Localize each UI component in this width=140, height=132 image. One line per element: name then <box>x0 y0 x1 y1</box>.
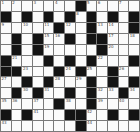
cell-r3-c0[interactable] <box>1 34 11 44</box>
clue-number: 42 <box>87 110 92 115</box>
block-cell-r1-c2 <box>22 12 32 22</box>
cell-r9-c1[interactable]: 36 <box>12 99 22 109</box>
cell-r11-c3[interactable] <box>33 121 43 131</box>
cell-r6-c9[interactable] <box>97 67 107 77</box>
block-cell-r6-c7 <box>76 67 86 77</box>
cell-r9-c2[interactable] <box>22 99 32 109</box>
block-cell-r8-c6 <box>65 88 75 98</box>
cell-r4-c6[interactable] <box>65 45 75 55</box>
block-cell-r2-c8 <box>87 23 97 33</box>
block-cell-r3-c1 <box>12 34 22 44</box>
block-cell-r3-c3 <box>33 34 43 44</box>
block-cell-r3-c6 <box>65 34 75 44</box>
cell-r3-c5[interactable]: 16 <box>54 34 64 44</box>
cell-r7-c11[interactable] <box>119 77 129 87</box>
clue-number: 40 <box>119 99 124 104</box>
cell-r9-c11[interactable]: 40 <box>119 99 129 109</box>
cell-r1-c3[interactable] <box>33 12 43 22</box>
cell-r1-c5[interactable] <box>54 12 64 22</box>
clue-number: 20 <box>108 45 113 50</box>
cell-r5-c10[interactable] <box>108 56 118 66</box>
cell-r0-c8[interactable]: 5 <box>87 1 97 11</box>
block-cell-r8-c1 <box>12 88 22 98</box>
clue-number: 33 <box>108 88 113 93</box>
cell-r0-c3[interactable]: 3 <box>33 1 43 11</box>
clue-number: 37 <box>34 99 39 104</box>
cell-r7-c0[interactable]: 27 <box>1 77 11 87</box>
cell-r7-c5[interactable]: 28 <box>54 77 64 87</box>
cell-r5-c9[interactable]: 22 <box>97 56 107 66</box>
clue-number: 15 <box>44 34 49 39</box>
block-cell-r4-c3 <box>33 45 43 55</box>
clue-number: 28 <box>55 77 60 82</box>
block-cell-r1-c12 <box>129 12 139 22</box>
cell-r5-c1[interactable]: 21 <box>12 56 22 66</box>
block-cell-r9-c5 <box>54 99 64 109</box>
clue-number: 29 <box>76 77 81 82</box>
clue-number: 34 <box>130 88 135 93</box>
clue-number: 25 <box>87 67 92 72</box>
cell-r0-c6[interactable] <box>65 1 75 11</box>
cell-r9-c7[interactable] <box>76 99 86 109</box>
clue-number: 6 <box>98 1 101 6</box>
cell-r11-c2[interactable] <box>22 121 32 131</box>
clue-number: 21 <box>12 56 17 61</box>
clue-number: 30 <box>23 88 28 93</box>
cell-r11-c6[interactable] <box>65 121 75 131</box>
cell-r2-c4[interactable]: 11 <box>44 23 54 33</box>
clue-number: 8 <box>76 12 79 17</box>
cell-r6-c11[interactable]: 26 <box>119 67 129 77</box>
cell-r4-c8[interactable] <box>87 45 97 55</box>
cell-r2-c9[interactable]: 13 <box>97 23 107 33</box>
cell-r0-c1[interactable]: 2 <box>12 1 22 11</box>
cell-r8-c5[interactable] <box>54 88 64 98</box>
cell-r10-c11[interactable] <box>119 110 129 120</box>
block-cell-r5-c0 <box>1 56 11 66</box>
cell-r4-c7[interactable] <box>76 45 86 55</box>
cell-r0-c2[interactable] <box>22 1 32 11</box>
block-cell-r10-c6 <box>65 110 75 120</box>
cell-r2-c1[interactable] <box>12 23 22 33</box>
cell-r8-c7[interactable] <box>76 88 86 98</box>
block-cell-r0-c7 <box>76 1 86 11</box>
cell-r1-c9[interactable] <box>97 12 107 22</box>
clue-number: 41 <box>34 110 39 115</box>
clue-number: 27 <box>2 77 7 82</box>
block-cell-r6-c5 <box>54 67 64 77</box>
cell-r11-c1[interactable] <box>12 121 22 131</box>
clue-number: 2 <box>12 1 15 6</box>
block-cell-r8-c3 <box>33 88 43 98</box>
cell-r2-c0[interactable]: 9 <box>1 23 11 33</box>
cell-r0-c12[interactable] <box>129 1 139 11</box>
cell-r6-c4[interactable] <box>44 67 54 77</box>
cell-r4-c5[interactable] <box>54 45 64 55</box>
block-cell-r8-c11 <box>119 88 129 98</box>
cell-r8-c4[interactable]: 31 <box>44 88 54 98</box>
cell-r11-c4[interactable] <box>44 121 54 131</box>
cell-r3-c12[interactable]: 18 <box>129 34 139 44</box>
cell-r4-c10[interactable]: 20 <box>108 45 118 55</box>
cell-r0-c9[interactable]: 6 <box>97 1 107 11</box>
block-cell-r6-c0 <box>1 67 11 77</box>
cell-r5-c7[interactable] <box>76 56 86 66</box>
cell-r8-c2[interactable]: 30 <box>22 88 32 98</box>
cell-r10-c3[interactable]: 41 <box>33 110 43 120</box>
cell-r3-c7[interactable] <box>76 34 86 44</box>
cell-r6-c6[interactable]: 24 <box>65 67 75 77</box>
cell-r10-c5[interactable] <box>54 110 64 120</box>
cell-r2-c2[interactable]: 10 <box>22 23 32 33</box>
clue-number: 4 <box>55 1 58 6</box>
cell-r2-c3[interactable] <box>33 23 43 33</box>
block-cell-r2-c5 <box>54 23 64 33</box>
cell-r4-c12[interactable] <box>129 45 139 55</box>
cell-r11-c5[interactable] <box>54 121 64 131</box>
block-cell-r9-c8 <box>87 99 97 109</box>
cell-r1-c11[interactable] <box>119 12 129 22</box>
clue-number: 39 <box>98 99 103 104</box>
block-cell-r11-c7 <box>76 121 86 131</box>
block-cell-r1-c6 <box>65 12 75 22</box>
block-cell-r4-c9 <box>97 45 107 55</box>
cell-r9-c9[interactable]: 39 <box>97 99 107 109</box>
cell-r5-c11[interactable] <box>119 56 129 66</box>
clue-number: 35 <box>2 99 7 104</box>
clue-number: 13 <box>98 23 103 28</box>
clue-number: 3 <box>34 1 37 6</box>
clue-number: 12 <box>66 23 71 28</box>
cell-r5-c3[interactable] <box>33 56 43 66</box>
cell-r10-c8[interactable]: 42 <box>87 110 97 120</box>
clue-number: 5 <box>87 1 90 6</box>
block-cell-r7-c10 <box>108 77 118 87</box>
cell-r11-c12[interactable] <box>129 121 139 131</box>
cell-r10-c9[interactable] <box>97 110 107 120</box>
block-cell-r10-c10 <box>108 110 118 120</box>
block-cell-r5-c12 <box>129 56 139 66</box>
block-cell-r7-c8 <box>87 77 97 87</box>
block-cell-r3-c9 <box>97 34 107 44</box>
cell-r3-c11[interactable] <box>119 34 129 44</box>
clue-number: 16 <box>55 34 60 39</box>
cell-r0-c4[interactable] <box>44 1 54 11</box>
cell-r11-c0[interactable]: 43 <box>1 121 11 131</box>
cell-r7-c9[interactable] <box>97 77 107 87</box>
block-cell-r10-c7 <box>76 110 86 120</box>
cell-r2-c7[interactable] <box>76 23 86 33</box>
cell-r6-c12[interactable] <box>129 67 139 77</box>
cell-r10-c1[interactable] <box>12 110 22 120</box>
cell-r6-c3[interactable] <box>33 67 43 77</box>
clue-number: 9 <box>2 23 5 28</box>
cell-r0-c0[interactable]: 1 <box>1 1 11 11</box>
cell-r11-c11[interactable] <box>119 121 129 131</box>
cell-r10-c4[interactable] <box>44 110 54 120</box>
cell-r9-c10[interactable] <box>108 99 118 109</box>
cell-r11-c10[interactable] <box>108 121 118 131</box>
cell-r9-c12[interactable] <box>129 99 139 109</box>
block-cell-r1-c8 <box>87 12 97 22</box>
cell-r11-c9[interactable] <box>97 121 107 131</box>
cell-r8-c12[interactable]: 34 <box>129 88 139 98</box>
crossword-grid: 1234567891011121314151617181920212223242… <box>0 0 140 132</box>
cell-r0-c10[interactable] <box>108 1 118 11</box>
clue-number: 1 <box>2 1 5 6</box>
cell-r8-c10[interactable]: 33 <box>108 88 118 98</box>
clue-number: 14 <box>108 23 113 28</box>
cell-r3-c2[interactable] <box>22 34 32 44</box>
cell-r4-c11[interactable] <box>119 45 129 55</box>
cell-r4-c0[interactable] <box>1 45 11 55</box>
block-cell-r1-c10 <box>108 12 118 22</box>
clue-number: 11 <box>44 23 49 28</box>
block-cell-r10-c2 <box>22 110 32 120</box>
cell-r4-c4[interactable]: 19 <box>44 45 54 55</box>
cell-r6-c8[interactable]: 25 <box>87 67 97 77</box>
cell-r2-c6[interactable]: 12 <box>65 23 75 33</box>
block-cell-r2-c12 <box>129 23 139 33</box>
cell-r7-c1[interactable] <box>12 77 22 87</box>
block-cell-r3-c8 <box>87 34 97 44</box>
cell-r7-c3[interactable] <box>33 77 43 87</box>
clue-number: 24 <box>66 67 71 72</box>
cell-r9-c6[interactable]: 38 <box>65 99 75 109</box>
block-cell-r6-c10 <box>108 67 118 77</box>
cell-r3-c4[interactable]: 15 <box>44 34 54 44</box>
cell-r5-c5[interactable] <box>54 56 64 66</box>
cell-r0-c5[interactable]: 4 <box>54 1 64 11</box>
cell-r7-c6[interactable] <box>65 77 75 87</box>
clue-number: 26 <box>119 67 124 72</box>
cell-r2-c11[interactable] <box>119 23 129 33</box>
cell-r9-c4[interactable] <box>44 99 54 109</box>
block-cell-r4-c1 <box>12 45 22 55</box>
block-cell-r7-c2 <box>22 77 32 87</box>
clue-number: 38 <box>66 99 71 104</box>
block-cell-r7-c4 <box>44 77 54 87</box>
clue-number: 10 <box>23 23 28 28</box>
clue-number: 44 <box>87 121 92 126</box>
block-cell-r5-c4 <box>44 56 54 66</box>
block-cell-r1-c4 <box>44 12 54 22</box>
cell-r8-c0[interactable] <box>1 88 11 98</box>
cell-r0-c11[interactable]: 7 <box>119 1 129 11</box>
block-cell-r8-c8 <box>87 88 97 98</box>
clue-number: 31 <box>44 88 49 93</box>
block-cell-r5-c6 <box>65 56 75 66</box>
clue-number: 19 <box>44 45 49 50</box>
cell-r11-c8[interactable]: 44 <box>87 121 97 131</box>
block-cell-r7-c12 <box>129 77 139 87</box>
block-cell-r1-c0 <box>1 12 11 22</box>
block-cell-r10-c0 <box>1 110 11 120</box>
clue-number: 32 <box>98 88 103 93</box>
block-cell-r10-c12 <box>129 110 139 120</box>
cell-r7-c7[interactable]: 29 <box>76 77 86 87</box>
block-cell-r5-c8 <box>87 56 97 66</box>
clue-number: 23 <box>23 67 28 72</box>
cell-r6-c2[interactable]: 23 <box>22 67 32 77</box>
cell-r9-c0[interactable]: 35 <box>1 99 11 109</box>
cell-r4-c2[interactable] <box>22 45 32 55</box>
cell-r3-c10[interactable]: 17 <box>108 34 118 44</box>
cell-r9-c3[interactable]: 37 <box>33 99 43 109</box>
block-cell-r6-c1 <box>12 67 22 77</box>
cell-r1-c1[interactable] <box>12 12 22 22</box>
cell-r5-c2[interactable] <box>22 56 32 66</box>
clue-number: 7 <box>119 1 122 6</box>
clue-number: 22 <box>98 56 103 61</box>
clue-number: 43 <box>2 121 7 126</box>
clue-number: 17 <box>108 34 113 39</box>
cell-r8-c9[interactable]: 32 <box>97 88 107 98</box>
cell-r1-c7[interactable]: 8 <box>76 12 86 22</box>
cell-r2-c10[interactable]: 14 <box>108 23 118 33</box>
clue-number: 18 <box>130 34 135 39</box>
clue-number: 36 <box>12 99 17 104</box>
